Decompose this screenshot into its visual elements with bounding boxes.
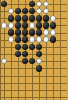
board-intersection[interactable]: [64, 72, 68, 79]
white-stone[interactable]: [43, 36, 50, 43]
white-stone[interactable]: [1, 22, 8, 29]
board-intersection[interactable]: [50, 50, 57, 57]
black-stone[interactable]: [36, 15, 43, 22]
white-stone[interactable]: [8, 36, 15, 43]
white-stone[interactable]: [8, 22, 15, 29]
board-intersection[interactable]: [15, 65, 22, 72]
board-intersection[interactable]: [36, 15, 43, 22]
black-stone[interactable]: [36, 44, 43, 51]
white-stone[interactable]: [1, 58, 8, 65]
board-intersection[interactable]: [64, 93, 68, 100]
board-intersection[interactable]: [64, 15, 68, 22]
board-intersection[interactable]: [43, 29, 50, 36]
board-intersection[interactable]: [1, 72, 8, 79]
board-intersection[interactable]: [43, 15, 50, 22]
white-stone[interactable]: [43, 8, 50, 15]
board-intersection[interactable]: [15, 22, 22, 29]
board-intersection[interactable]: [36, 43, 43, 50]
board-intersection[interactable]: [43, 65, 50, 72]
board-intersection[interactable]: [57, 79, 64, 86]
board-intersection[interactable]: [36, 8, 43, 15]
go-grid: [1, 0, 68, 100]
board-intersection[interactable]: [64, 0, 68, 7]
board-intersection[interactable]: [15, 0, 22, 7]
white-stone[interactable]: [50, 15, 57, 22]
black-stone[interactable]: [15, 22, 22, 29]
board-intersection[interactable]: [1, 93, 8, 100]
black-stone[interactable]: [22, 22, 29, 29]
board-intersection[interactable]: [8, 86, 15, 93]
black-stone[interactable]: [22, 58, 29, 65]
board-intersection[interactable]: [57, 58, 64, 65]
black-stone[interactable]: [15, 51, 22, 58]
board-intersection[interactable]: [1, 43, 8, 50]
board-intersection[interactable]: [15, 79, 22, 86]
board-intersection[interactable]: [43, 79, 50, 86]
board-intersection[interactable]: [8, 0, 15, 7]
board-intersection[interactable]: [43, 50, 50, 57]
board-intersection[interactable]: [50, 79, 57, 86]
board-intersection[interactable]: [64, 58, 68, 65]
board-intersection[interactable]: [29, 72, 36, 79]
board-intersection[interactable]: [1, 0, 8, 7]
white-stone[interactable]: [36, 58, 43, 65]
board-intersection[interactable]: [8, 29, 15, 36]
board-intersection[interactable]: [64, 86, 68, 93]
board-intersection[interactable]: [1, 15, 8, 22]
black-stone[interactable]: [29, 8, 36, 15]
black-stone[interactable]: [29, 1, 36, 8]
board-intersection[interactable]: [57, 8, 64, 15]
board-intersection[interactable]: [22, 8, 29, 15]
board-intersection[interactable]: [22, 15, 29, 22]
board-intersection[interactable]: [8, 36, 15, 43]
board-intersection[interactable]: [29, 22, 36, 29]
board-intersection[interactable]: [8, 58, 15, 65]
board-intersection[interactable]: [50, 72, 57, 79]
board-intersection[interactable]: [8, 15, 15, 22]
black-stone[interactable]: [43, 15, 50, 22]
board-intersection[interactable]: [1, 36, 8, 43]
board-intersection[interactable]: [1, 58, 8, 65]
board-intersection[interactable]: [15, 58, 22, 65]
board-intersection[interactable]: [29, 58, 36, 65]
black-stone[interactable]: [29, 29, 36, 36]
black-stone[interactable]: [36, 29, 43, 36]
board-intersection[interactable]: [36, 22, 43, 29]
board-intersection[interactable]: [36, 86, 43, 93]
board-intersection[interactable]: [50, 86, 57, 93]
board-intersection[interactable]: [57, 72, 64, 79]
board-intersection[interactable]: [57, 65, 64, 72]
board-intersection[interactable]: [43, 22, 50, 29]
black-stone[interactable]: [8, 15, 15, 22]
board-intersection[interactable]: [64, 79, 68, 86]
board-intersection[interactable]: [15, 86, 22, 93]
black-stone[interactable]: [43, 22, 50, 29]
go-board[interactable]: [0, 0, 67, 100]
board-intersection[interactable]: [36, 79, 43, 86]
board-intersection[interactable]: [8, 65, 15, 72]
board-intersection[interactable]: [22, 86, 29, 93]
black-stone[interactable]: [22, 29, 29, 36]
board-intersection[interactable]: [8, 79, 15, 86]
board-intersection[interactable]: [43, 86, 50, 93]
black-stone[interactable]: [15, 8, 22, 15]
board-intersection[interactable]: [50, 15, 57, 22]
board-intersection[interactable]: [43, 58, 50, 65]
board-intersection[interactable]: [64, 43, 68, 50]
board-intersection[interactable]: [36, 72, 43, 79]
board-intersection[interactable]: [43, 72, 50, 79]
board-intersection[interactable]: [43, 93, 50, 100]
board-intersection[interactable]: [43, 43, 50, 50]
board-intersection[interactable]: [8, 72, 15, 79]
board-intersection[interactable]: [57, 50, 64, 57]
black-stone[interactable]: [15, 15, 22, 22]
board-intersection[interactable]: [29, 65, 36, 72]
black-stone[interactable]: [22, 36, 29, 43]
board-intersection[interactable]: [22, 79, 29, 86]
board-intersection[interactable]: [8, 43, 15, 50]
board-intersection[interactable]: [64, 8, 68, 15]
board-intersection[interactable]: [1, 22, 8, 29]
board-intersection[interactable]: [8, 8, 15, 15]
black-stone[interactable]: [29, 15, 36, 22]
white-stone[interactable]: [36, 36, 43, 43]
board-intersection[interactable]: [50, 22, 57, 29]
black-stone[interactable]: [22, 15, 29, 22]
board-intersection[interactable]: [22, 50, 29, 57]
board-intersection[interactable]: [22, 36, 29, 43]
board-intersection[interactable]: [29, 50, 36, 57]
board-intersection[interactable]: [64, 29, 68, 36]
board-intersection[interactable]: [50, 65, 57, 72]
board-intersection[interactable]: [22, 29, 29, 36]
black-stone[interactable]: [36, 22, 43, 29]
black-stone[interactable]: [29, 44, 36, 51]
black-stone[interactable]: [22, 51, 29, 58]
board-intersection[interactable]: [29, 93, 36, 100]
board-intersection[interactable]: [57, 36, 64, 43]
black-stone[interactable]: [36, 51, 43, 58]
board-intersection[interactable]: [1, 50, 8, 57]
board-intersection[interactable]: [36, 58, 43, 65]
board-intersection[interactable]: [15, 93, 22, 100]
black-stone[interactable]: [50, 36, 57, 43]
board-intersection[interactable]: [29, 86, 36, 93]
board-intersection[interactable]: [29, 43, 36, 50]
board-intersection[interactable]: [43, 0, 50, 7]
black-stone[interactable]: [1, 1, 8, 8]
board-intersection[interactable]: [22, 58, 29, 65]
board-intersection[interactable]: [64, 50, 68, 57]
board-intersection[interactable]: [57, 86, 64, 93]
board-intersection[interactable]: [1, 65, 8, 72]
board-intersection[interactable]: [50, 36, 57, 43]
board-intersection[interactable]: [1, 8, 8, 15]
board-intersection[interactable]: [8, 93, 15, 100]
board-intersection[interactable]: [29, 36, 36, 43]
board-intersection[interactable]: [8, 50, 15, 57]
board-intersection[interactable]: [22, 0, 29, 7]
black-stone[interactable]: [8, 29, 15, 36]
board-intersection[interactable]: [29, 29, 36, 36]
board-intersection[interactable]: [43, 36, 50, 43]
white-stone[interactable]: [43, 1, 50, 8]
black-stone[interactable]: [22, 44, 29, 51]
board-intersection[interactable]: [22, 43, 29, 50]
board-intersection[interactable]: [15, 8, 22, 15]
board-intersection[interactable]: [29, 8, 36, 15]
board-intersection[interactable]: [50, 8, 57, 15]
black-stone[interactable]: [50, 22, 57, 29]
board-intersection[interactable]: [64, 65, 68, 72]
board-intersection[interactable]: [22, 65, 29, 72]
white-stone[interactable]: [29, 22, 36, 29]
board-intersection[interactable]: [8, 22, 15, 29]
white-stone[interactable]: [43, 29, 50, 36]
board-intersection[interactable]: [15, 72, 22, 79]
board-intersection[interactable]: [36, 65, 43, 72]
board-intersection[interactable]: [57, 29, 64, 36]
board-intersection[interactable]: [50, 29, 57, 36]
board-intersection[interactable]: [1, 29, 8, 36]
board-intersection[interactable]: [15, 36, 22, 43]
black-stone[interactable]: [15, 44, 22, 51]
board-intersection[interactable]: [36, 50, 43, 57]
board-intersection[interactable]: [36, 0, 43, 7]
board-intersection[interactable]: [50, 43, 57, 50]
board-intersection[interactable]: [43, 8, 50, 15]
board-intersection[interactable]: [57, 22, 64, 29]
board-intersection[interactable]: [15, 29, 22, 36]
board-intersection[interactable]: [1, 79, 8, 86]
board-intersection[interactable]: [50, 58, 57, 65]
board-intersection[interactable]: [29, 79, 36, 86]
board-intersection[interactable]: [57, 93, 64, 100]
board-intersection[interactable]: [50, 0, 57, 7]
board-intersection[interactable]: [29, 0, 36, 7]
board-intersection[interactable]: [64, 22, 68, 29]
board-intersection[interactable]: [15, 50, 22, 57]
board-intersection[interactable]: [36, 93, 43, 100]
board-intersection[interactable]: [36, 36, 43, 43]
white-stone[interactable]: [8, 8, 15, 15]
white-stone[interactable]: [36, 1, 43, 8]
board-intersection[interactable]: [22, 72, 29, 79]
board-intersection[interactable]: [22, 22, 29, 29]
board-intersection[interactable]: [64, 36, 68, 43]
board-intersection[interactable]: [57, 0, 64, 7]
board-intersection[interactable]: [15, 43, 22, 50]
board-intersection[interactable]: [22, 93, 29, 100]
board-intersection[interactable]: [57, 15, 64, 22]
black-stone[interactable]: [29, 58, 36, 65]
black-stone[interactable]: [36, 65, 43, 72]
board-intersection[interactable]: [1, 86, 8, 93]
board-intersection[interactable]: [50, 93, 57, 100]
black-stone[interactable]: [22, 8, 29, 15]
board-intersection[interactable]: [57, 43, 64, 50]
board-intersection[interactable]: [36, 29, 43, 36]
black-stone[interactable]: [15, 36, 22, 43]
white-stone[interactable]: [50, 29, 57, 36]
board-intersection[interactable]: [29, 15, 36, 22]
white-stone[interactable]: [36, 8, 43, 15]
white-stone[interactable]: [29, 36, 36, 43]
board-intersection[interactable]: [15, 15, 22, 22]
black-stone[interactable]: [15, 29, 22, 36]
